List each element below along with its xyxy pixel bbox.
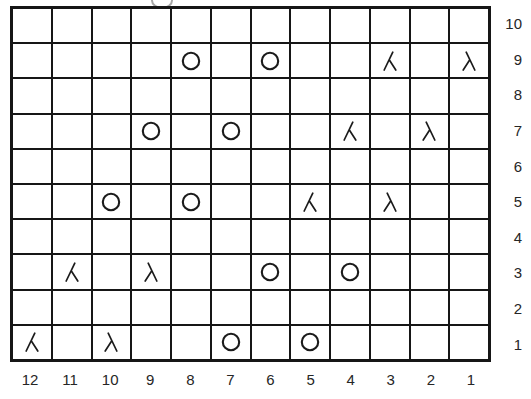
cell-r7-st1 [450, 115, 488, 148]
cell-r10-st3 [371, 9, 409, 42]
cell-r5-st1 [450, 185, 488, 218]
stitch-label-2: 2 [411, 366, 451, 392]
cell-r3-st11 [53, 255, 91, 288]
cell-r6-st3 [371, 150, 409, 183]
yarn-over-icon [258, 49, 282, 73]
cell-r7-st2 [411, 115, 449, 148]
cell-r10-st10 [93, 9, 131, 42]
cell-r9-st5 [291, 44, 329, 77]
cell-r2-st2 [411, 291, 449, 324]
cell-r10-st2 [411, 9, 449, 42]
cell-r2-st8 [172, 291, 210, 324]
cell-r4-st4 [331, 220, 369, 253]
cell-r6-st12 [13, 150, 51, 183]
cell-r8-st7 [212, 79, 250, 112]
stitch-number-labels: 121110987654321 [10, 366, 491, 392]
cell-r9-st7 [212, 44, 250, 77]
ssk-decrease-icon [378, 190, 402, 214]
row-number-labels: 10987654321 [494, 6, 528, 362]
cell-r3-st7 [212, 255, 250, 288]
row-label-6: 6 [494, 148, 528, 184]
k2tog-decrease-icon [338, 119, 362, 143]
cell-r9-st4 [331, 44, 369, 77]
ssk-decrease-icon [99, 330, 123, 354]
stitch-label-4: 4 [331, 366, 371, 392]
cell-r5-st3 [371, 185, 409, 218]
cell-r1-st2 [411, 326, 449, 359]
cell-r10-st12 [13, 9, 51, 42]
yarn-over-icon [258, 260, 282, 284]
cell-r10-st8 [172, 9, 210, 42]
cell-r6-st2 [411, 150, 449, 183]
stitch-label-1: 1 [451, 366, 491, 392]
cell-r1-st4 [331, 326, 369, 359]
cell-r6-st6 [252, 150, 290, 183]
cell-r2-st10 [93, 291, 131, 324]
yarn-over-icon [179, 49, 203, 73]
stitch-label-5: 5 [291, 366, 331, 392]
ssk-decrease-icon [139, 260, 163, 284]
cell-r3-st1 [450, 255, 488, 288]
cell-r1-st3 [371, 326, 409, 359]
yarn-over-icon [179, 190, 203, 214]
stitch-label-7: 7 [210, 366, 250, 392]
cell-r3-st5 [291, 255, 329, 288]
stitch-label-10: 10 [90, 366, 130, 392]
cell-r8-st9 [132, 79, 170, 112]
cell-r4-st1 [450, 220, 488, 253]
cell-r4-st3 [371, 220, 409, 253]
cell-r9-st6 [252, 44, 290, 77]
cell-r7-st6 [252, 115, 290, 148]
cell-r4-st10 [93, 220, 131, 253]
cell-r2-st12 [13, 291, 51, 324]
cell-r6-st8 [172, 150, 210, 183]
k2tog-decrease-icon [20, 330, 44, 354]
row-label-4: 4 [494, 220, 528, 256]
cell-r6-st9 [132, 150, 170, 183]
cell-r6-st4 [331, 150, 369, 183]
cell-r7-st9 [132, 115, 170, 148]
ssk-decrease-icon [457, 49, 481, 73]
cell-r4-st8 [172, 220, 210, 253]
cell-r1-st12 [13, 326, 51, 359]
cell-r6-st11 [53, 150, 91, 183]
cell-r8-st1 [450, 79, 488, 112]
cell-r5-st9 [132, 185, 170, 218]
cell-r7-st12 [13, 115, 51, 148]
cell-r3-st6 [252, 255, 290, 288]
cell-r4-st11 [53, 220, 91, 253]
row-label-10: 10 [494, 6, 528, 42]
cell-r5-st12 [13, 185, 51, 218]
cell-r8-st11 [53, 79, 91, 112]
cell-r3-st10 [93, 255, 131, 288]
cell-r3-st9 [132, 255, 170, 288]
k2tog-decrease-icon [298, 190, 322, 214]
stitch-label-9: 9 [130, 366, 170, 392]
cell-r6-st1 [450, 150, 488, 183]
cell-r2-st4 [331, 291, 369, 324]
cell-r7-st7 [212, 115, 250, 148]
row-label-9: 9 [494, 42, 528, 78]
row-label-7: 7 [494, 113, 528, 149]
cell-r7-st10 [93, 115, 131, 148]
cell-r9-st2 [411, 44, 449, 77]
yarn-over-icon [338, 260, 362, 284]
cell-r10-st6 [252, 9, 290, 42]
cell-r3-st8 [172, 255, 210, 288]
stitch-label-6: 6 [250, 366, 290, 392]
cell-r3-st3 [371, 255, 409, 288]
cell-r2-st11 [53, 291, 91, 324]
cell-r5-st7 [212, 185, 250, 218]
cell-r1-st7 [212, 326, 250, 359]
cell-r9-st8 [172, 44, 210, 77]
cell-r10-st1 [450, 9, 488, 42]
cell-r8-st4 [331, 79, 369, 112]
cell-r5-st10 [93, 185, 131, 218]
cell-r7-st4 [331, 115, 369, 148]
cell-r4-st12 [13, 220, 51, 253]
cell-r9-st10 [93, 44, 131, 77]
cell-r4-st7 [212, 220, 250, 253]
cell-r1-st9 [132, 326, 170, 359]
cell-r9-st11 [53, 44, 91, 77]
cell-r4-st6 [252, 220, 290, 253]
cell-r10-st5 [291, 9, 329, 42]
cell-r8-st3 [371, 79, 409, 112]
cell-r9-st9 [132, 44, 170, 77]
yarn-over-icon [99, 190, 123, 214]
cell-r5-st5 [291, 185, 329, 218]
cell-r8-st6 [252, 79, 290, 112]
cell-r1-st1 [450, 326, 488, 359]
cell-r6-st5 [291, 150, 329, 183]
cell-r9-st3 [371, 44, 409, 77]
cell-r6-st7 [212, 150, 250, 183]
cell-r5-st6 [252, 185, 290, 218]
yarn-over-icon [298, 330, 322, 354]
cell-r10-st9 [132, 9, 170, 42]
cell-r1-st10 [93, 326, 131, 359]
yarn-over-icon [219, 119, 243, 143]
cell-r7-st5 [291, 115, 329, 148]
stitch-label-3: 3 [371, 366, 411, 392]
cell-r4-st2 [411, 220, 449, 253]
cell-r5-st2 [411, 185, 449, 218]
cell-r2-st9 [132, 291, 170, 324]
cell-r2-st5 [291, 291, 329, 324]
cell-r2-st6 [252, 291, 290, 324]
row-label-2: 2 [494, 291, 528, 327]
knitting-chart-screenshot: 10987654321 121110987654321 [0, 0, 531, 399]
cell-r8-st8 [172, 79, 210, 112]
ssk-decrease-icon [417, 119, 441, 143]
row-label-5: 5 [494, 184, 528, 220]
cell-r7-st8 [172, 115, 210, 148]
cell-r9-st1 [450, 44, 488, 77]
cell-r2-st7 [212, 291, 250, 324]
yarn-over-icon [219, 330, 243, 354]
cell-r4-st9 [132, 220, 170, 253]
cell-r10-st7 [212, 9, 250, 42]
cell-r7-st3 [371, 115, 409, 148]
row-label-1: 1 [494, 326, 528, 362]
stitch-label-11: 11 [50, 366, 90, 392]
cell-r5-st8 [172, 185, 210, 218]
cell-r1-st11 [53, 326, 91, 359]
cell-r4-st5 [291, 220, 329, 253]
yarn-over-icon [139, 119, 163, 143]
cell-r10-st4 [331, 9, 369, 42]
cell-r10-st11 [53, 9, 91, 42]
cell-r7-st11 [53, 115, 91, 148]
cell-r2-st1 [450, 291, 488, 324]
stitch-label-12: 12 [10, 366, 50, 392]
row-label-8: 8 [494, 77, 528, 113]
row-label-3: 3 [494, 255, 528, 291]
cell-r8-st10 [93, 79, 131, 112]
cell-r9-st12 [13, 44, 51, 77]
cell-r3-st2 [411, 255, 449, 288]
chart-grid [10, 6, 491, 362]
cell-r1-st5 [291, 326, 329, 359]
cell-r3-st12 [13, 255, 51, 288]
cell-r1-st8 [172, 326, 210, 359]
k2tog-decrease-icon [60, 260, 84, 284]
cell-r6-st10 [93, 150, 131, 183]
k2tog-decrease-icon [378, 49, 402, 73]
cell-r5-st4 [331, 185, 369, 218]
cell-r3-st4 [331, 255, 369, 288]
cell-r8-st5 [291, 79, 329, 112]
cell-r8-st2 [411, 79, 449, 112]
stitch-label-8: 8 [170, 366, 210, 392]
cell-r2-st3 [371, 291, 409, 324]
cell-r8-st12 [13, 79, 51, 112]
cell-r1-st6 [252, 326, 290, 359]
cell-r5-st11 [53, 185, 91, 218]
